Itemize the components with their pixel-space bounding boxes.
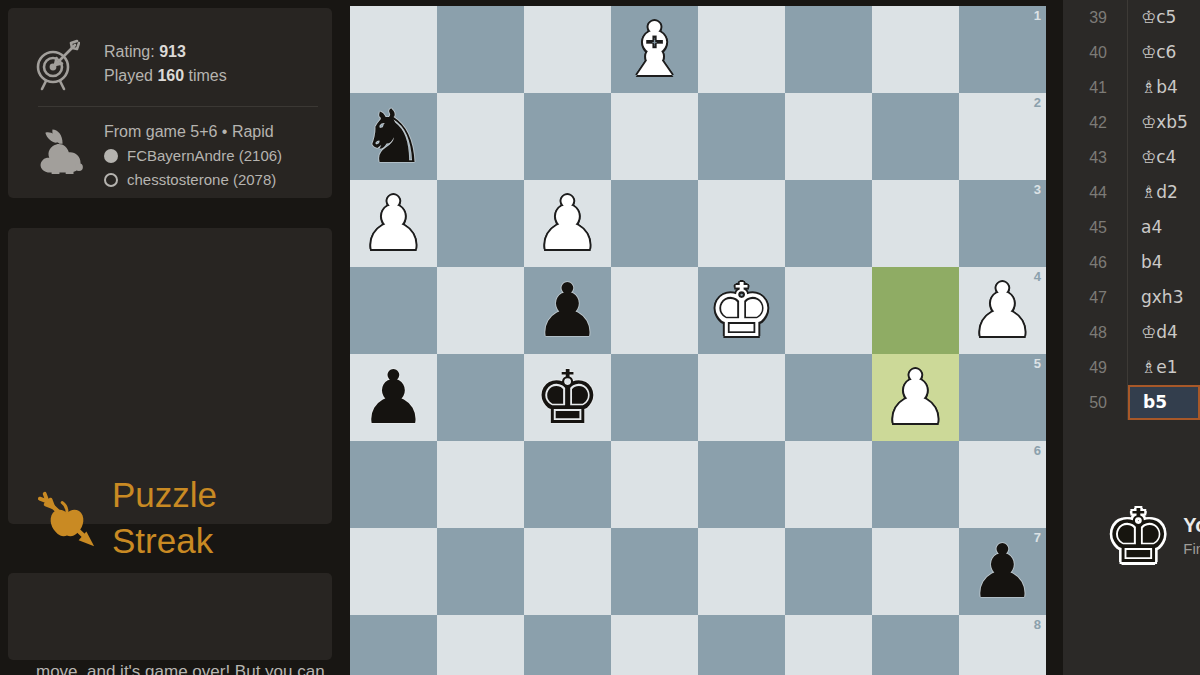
- move-number-40: 40: [1063, 35, 1128, 70]
- move-number-50: 50: [1063, 385, 1128, 420]
- move-san-43[interactable]: ♔c4: [1128, 140, 1200, 175]
- square-a6[interactable]: 6: [959, 441, 1046, 528]
- move-number-39: 39: [1063, 0, 1128, 35]
- white-pawn-f3[interactable]: ♟: [534, 180, 600, 267]
- square-c2[interactable]: [785, 93, 872, 180]
- square-d1[interactable]: [698, 6, 785, 93]
- square-b2[interactable]: [872, 93, 959, 180]
- rapid-rabbit-icon: [36, 128, 86, 182]
- square-e8[interactable]: [611, 615, 698, 675]
- square-h8[interactable]: [350, 615, 437, 675]
- move-panel: 39♔c540♔c641♗b442♔xb543♔c444♗d245a446b44…: [1063, 0, 1200, 675]
- square-b5[interactable]: ♟: [872, 354, 959, 441]
- game-source-link[interactable]: From game 5+6 • Rapid: [104, 120, 282, 144]
- square-g2[interactable]: [437, 93, 524, 180]
- move-number-44: 44: [1063, 175, 1128, 210]
- square-c1[interactable]: [785, 6, 872, 93]
- puzzle-rating-value: 913: [159, 43, 186, 60]
- rank-label-7: 7: [1034, 531, 1041, 545]
- your-turn-subtitle: Find the best move for Black.: [1183, 538, 1200, 560]
- square-f3[interactable]: ♟: [524, 180, 611, 267]
- square-h6[interactable]: [350, 441, 437, 528]
- streak-title: Puzzle Streak: [112, 472, 252, 564]
- square-h7[interactable]: [350, 528, 437, 615]
- puzzle-rating-line: Rating: 913: [104, 40, 227, 64]
- your-turn-title: Your turn: [1183, 512, 1200, 538]
- square-f8[interactable]: [524, 615, 611, 675]
- square-e5[interactable]: [611, 354, 698, 441]
- puzzle-played-value: 160: [157, 67, 184, 84]
- black-pawn-h5[interactable]: ♟: [360, 354, 426, 441]
- white-pawn-b5[interactable]: ♟: [882, 354, 948, 441]
- black-player-name: chesstosterone (2078): [127, 168, 276, 192]
- square-c4[interactable]: [785, 267, 872, 354]
- square-h1[interactable]: [350, 6, 437, 93]
- divider: [38, 106, 318, 107]
- square-e7[interactable]: [611, 528, 698, 615]
- move-san-46[interactable]: b4: [1128, 245, 1200, 280]
- square-g3[interactable]: [437, 180, 524, 267]
- square-h2[interactable]: ♞: [350, 93, 437, 180]
- square-f6[interactable]: [524, 441, 611, 528]
- square-a2[interactable]: 2: [959, 93, 1046, 180]
- your-turn-block: ♚ Your turn Find the best move for Black…: [1105, 494, 1200, 578]
- square-b4[interactable]: [872, 267, 959, 354]
- move-san-44[interactable]: ♗d2: [1128, 175, 1200, 210]
- square-d5[interactable]: [698, 354, 785, 441]
- white-king-d4[interactable]: ♚: [708, 267, 774, 354]
- rank-label-2: 2: [1034, 96, 1041, 110]
- white-player-row[interactable]: FCBayernAndre (2106): [104, 144, 282, 168]
- square-h3[interactable]: ♟: [350, 180, 437, 267]
- move-san-42[interactable]: ♔xb5: [1128, 105, 1200, 140]
- rank-label-5: 5: [1034, 357, 1041, 371]
- puzzle-played-line: Played 160 times: [104, 64, 227, 88]
- square-f5[interactable]: ♚: [524, 354, 611, 441]
- square-d7[interactable]: [698, 528, 785, 615]
- white-pawn-a4[interactable]: ♟: [969, 267, 1035, 354]
- square-f4[interactable]: ♟: [524, 267, 611, 354]
- white-player-icon: [104, 149, 118, 163]
- move-san-50-active[interactable]: b5: [1128, 385, 1200, 420]
- square-g7[interactable]: [437, 528, 524, 615]
- move-list: 39♔c540♔c641♗b442♔xb543♔c444♗d245a446b44…: [1063, 0, 1200, 420]
- square-f1[interactable]: [524, 6, 611, 93]
- square-c3[interactable]: [785, 180, 872, 267]
- move-number-43: 43: [1063, 140, 1128, 175]
- square-e4[interactable]: [611, 267, 698, 354]
- square-b7[interactable]: [872, 528, 959, 615]
- move-number-47: 47: [1063, 280, 1128, 315]
- chess-board[interactable]: ♝1♞2♟♟3♟♚4♟♟♚♟567♟8: [350, 6, 1046, 675]
- rank-label-8: 8: [1034, 618, 1041, 632]
- move-number-45: 45: [1063, 210, 1128, 245]
- puzzle-streak-box: Puzzle Streak Solve progressively harder…: [8, 228, 332, 524]
- square-a4[interactable]: 4♟: [959, 267, 1046, 354]
- black-king-icon: ♚: [1105, 494, 1171, 578]
- square-d4[interactable]: ♚: [698, 267, 785, 354]
- square-f7[interactable]: [524, 528, 611, 615]
- square-g8[interactable]: [437, 615, 524, 675]
- move-number-49: 49: [1063, 350, 1128, 385]
- black-knight-h2[interactable]: ♞: [360, 93, 426, 180]
- square-c8[interactable]: [785, 615, 872, 675]
- square-e1[interactable]: ♝: [611, 6, 698, 93]
- square-c5[interactable]: [785, 354, 872, 441]
- square-c6[interactable]: [785, 441, 872, 528]
- square-b8[interactable]: [872, 615, 959, 675]
- square-d8[interactable]: [698, 615, 785, 675]
- square-e6[interactable]: [611, 441, 698, 528]
- game-source-block: From game 5+6 • Rapid FCBayernAndre (210…: [104, 120, 282, 192]
- rank-label-4: 4: [1034, 270, 1041, 284]
- black-player-row[interactable]: chesstosterone (2078): [104, 168, 282, 192]
- square-c7[interactable]: [785, 528, 872, 615]
- rank-label-6: 6: [1034, 444, 1041, 458]
- move-number-48: 48: [1063, 315, 1128, 350]
- move-number-41: 41: [1063, 70, 1128, 105]
- black-player-icon: [104, 173, 118, 187]
- move-san-48[interactable]: ♔d4: [1128, 315, 1200, 350]
- move-san-49[interactable]: ♗e1: [1128, 350, 1200, 385]
- square-d6[interactable]: [698, 441, 785, 528]
- white-pawn-h3[interactable]: ♟: [360, 180, 426, 267]
- square-a3[interactable]: 3: [959, 180, 1046, 267]
- white-player-name: FCBayernAndre (2106): [127, 144, 282, 168]
- square-d2[interactable]: [698, 93, 785, 180]
- square-g6[interactable]: [437, 441, 524, 528]
- black-pawn-f4[interactable]: ♟: [534, 267, 600, 354]
- square-h5[interactable]: ♟: [350, 354, 437, 441]
- move-number-46: 46: [1063, 245, 1128, 280]
- black-king-f5[interactable]: ♚: [534, 354, 600, 441]
- rank-label-3: 3: [1034, 183, 1041, 197]
- square-g4[interactable]: [437, 267, 524, 354]
- white-bishop-e1[interactable]: ♝: [621, 6, 687, 93]
- square-a1[interactable]: 1: [959, 6, 1046, 93]
- square-e3[interactable]: [611, 180, 698, 267]
- move-san-39[interactable]: ♔c5: [1128, 0, 1200, 35]
- square-a8[interactable]: 8: [959, 615, 1046, 675]
- jump-toggle-box: Jump to next puzzle immediately: [8, 573, 332, 660]
- puzzle-streak-page: Rating: 913 Played 160 times From game 5…: [0, 0, 1200, 675]
- square-f2[interactable]: [524, 93, 611, 180]
- square-g5[interactable]: [437, 354, 524, 441]
- square-e2[interactable]: [611, 93, 698, 180]
- move-san-47[interactable]: gxh3: [1128, 280, 1200, 315]
- black-pawn-a7[interactable]: ♟: [969, 528, 1035, 615]
- square-b1[interactable]: [872, 6, 959, 93]
- square-b3[interactable]: [872, 180, 959, 267]
- square-g1[interactable]: [437, 6, 524, 93]
- rank-label-1: 1: [1034, 9, 1041, 23]
- square-h4[interactable]: [350, 267, 437, 354]
- move-number-42: 42: [1063, 105, 1128, 140]
- square-a5[interactable]: 5: [959, 354, 1046, 441]
- move-san-41[interactable]: ♗b4: [1128, 70, 1200, 105]
- square-b6[interactable]: [872, 441, 959, 528]
- square-d3[interactable]: [698, 180, 785, 267]
- streak-apple-arrow-icon: [36, 486, 98, 556]
- puzzle-info-box: Rating: 913 Played 160 times From game 5…: [8, 8, 332, 198]
- move-san-40[interactable]: ♔c6: [1128, 35, 1200, 70]
- move-san-45[interactable]: a4: [1128, 210, 1200, 245]
- puzzle-stats: Rating: 913 Played 160 times: [104, 40, 227, 88]
- target-icon: [34, 38, 80, 96]
- square-a7[interactable]: 7♟: [959, 528, 1046, 615]
